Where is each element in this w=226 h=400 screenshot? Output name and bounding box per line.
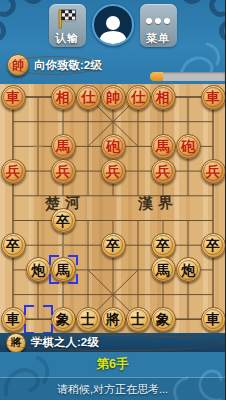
- toolbar: 认输 菜单: [0, 4, 225, 47]
- board-piece[interactable]: 車: [201, 85, 226, 110]
- board-piece[interactable]: 象: [51, 307, 76, 332]
- board-piece[interactable]: 車: [201, 307, 226, 332]
- resign-button-label: 认输: [55, 32, 79, 45]
- board-piece[interactable]: 砲: [176, 134, 201, 159]
- resign-button[interactable]: 认输: [49, 4, 86, 47]
- board-piece[interactable]: 馬: [151, 257, 176, 282]
- board-piece[interactable]: 炮: [26, 257, 51, 282]
- status-message: 请稍候,对方正在思考...: [57, 382, 168, 397]
- board-piece[interactable]: 相: [51, 85, 76, 110]
- xiangqi-app-screen: 认输 菜单 帥 向你致敬:2级 楚河 漢界 車相仕帥仕相車馬砲馬砲: [0, 0, 225, 400]
- board-piece[interactable]: 兵: [101, 159, 126, 184]
- xiangqi-board[interactable]: 楚河 漢界 車相仕帥仕相車馬砲馬砲兵兵兵兵兵卒卒卒卒卒炮馬馬炮車象士將士象車: [0, 84, 225, 333]
- board-piece[interactable]: 兵: [151, 159, 176, 184]
- board-piece[interactable]: 象: [151, 307, 176, 332]
- menu-button[interactable]: 菜单: [140, 4, 177, 47]
- board-piece[interactable]: 車: [1, 85, 26, 110]
- top-bar: 认输 菜单 帥 向你致敬:2级: [0, 0, 225, 84]
- river-label-right: 漢界: [138, 193, 179, 213]
- board-piece[interactable]: 卒: [51, 208, 76, 233]
- board-piece[interactable]: 兵: [1, 159, 26, 184]
- board-piece[interactable]: 兵: [201, 159, 226, 184]
- board-piece[interactable]: 將: [101, 307, 126, 332]
- opponent-avatar[interactable]: [92, 4, 134, 46]
- board-piece[interactable]: 仕: [126, 85, 151, 110]
- board-piece[interactable]: 卒: [1, 233, 26, 258]
- board-piece[interactable]: 卒: [201, 233, 226, 258]
- opponent-piece-icon: 帥: [7, 54, 29, 76]
- time-bar-fill: [150, 72, 163, 81]
- opponent-info: 帥 向你致敬:2级: [7, 54, 102, 76]
- board-piece[interactable]: 士: [76, 307, 101, 332]
- board-piece[interactable]: 炮: [176, 257, 201, 282]
- board-piece[interactable]: 兵: [51, 159, 76, 184]
- board-piece[interactable]: 車: [1, 307, 26, 332]
- board-piece[interactable]: 馬: [51, 134, 76, 159]
- board-piece[interactable]: 仕: [76, 85, 101, 110]
- board-piece[interactable]: 卒: [151, 233, 176, 258]
- menu-button-label: 菜单: [146, 32, 170, 45]
- board-piece[interactable]: 帥: [101, 85, 126, 110]
- player-bar: 將 学棋之人:2级: [0, 333, 225, 352]
- person-icon: [96, 14, 130, 44]
- opponent-time-bar: [150, 72, 225, 81]
- board-piece[interactable]: 相: [151, 85, 176, 110]
- board-piece[interactable]: 砲: [101, 134, 126, 159]
- board-piece[interactable]: 馬: [51, 257, 76, 282]
- move-number: 第6手: [0, 352, 225, 377]
- player-piece-icon: 將: [6, 333, 26, 353]
- status-message-strip: 请稍候,对方正在思考...: [0, 377, 225, 400]
- menu-dots-icon: [146, 18, 170, 24]
- board-piece[interactable]: 馬: [151, 134, 176, 159]
- checkered-flag-icon: [55, 7, 79, 31]
- board-piece[interactable]: 卒: [101, 233, 126, 258]
- board-piece[interactable]: 士: [126, 307, 151, 332]
- status-area: 第6手 请稍候,对方正在思考...: [0, 352, 225, 400]
- board-grid: [0, 84, 225, 333]
